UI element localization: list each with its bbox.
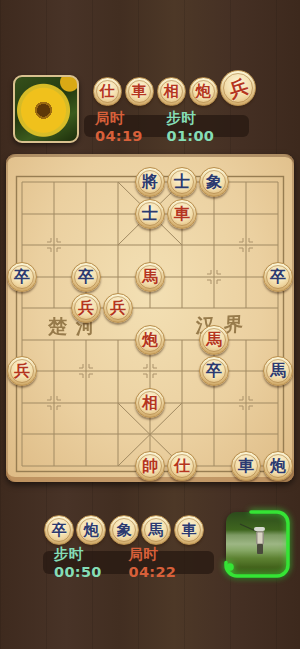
piece-black-卒[interactable]: 卒 xyxy=(199,356,229,386)
piece-glyph: 卒 xyxy=(14,269,30,285)
captured-red-炮: 炮 xyxy=(189,77,218,106)
piece-red-相[interactable]: 相 xyxy=(135,388,165,418)
piece-red-帥[interactable]: 帥 xyxy=(135,451,165,481)
bottom-player-avatar[interactable] xyxy=(226,512,288,576)
piece-glyph: 車 xyxy=(238,458,254,474)
top-move-time: 步时01:00 xyxy=(167,109,239,144)
piece-glyph: 卒 xyxy=(78,269,94,285)
piece-glyph: 卒 xyxy=(52,523,67,538)
bottom-game-time: 局时04:22 xyxy=(129,545,204,580)
captured-black-炮: 炮 xyxy=(76,515,106,545)
piece-glyph: 仕 xyxy=(174,458,190,474)
xiangqi-board[interactable]: 楚河 汉界 將士象士車卒卒馬卒兵兵炮馬兵卒馬相帥仕車炮 xyxy=(6,154,294,482)
piece-glyph: 馬 xyxy=(270,363,286,379)
piece-glyph: 卒 xyxy=(206,363,222,379)
piece-glyph: 馬 xyxy=(142,269,158,285)
piece-black-士[interactable]: 士 xyxy=(167,167,197,197)
piece-black-卒[interactable]: 卒 xyxy=(263,262,293,292)
piece-glyph: 象 xyxy=(206,174,222,190)
captured-black-車: 車 xyxy=(174,515,204,545)
piece-glyph: 車 xyxy=(132,84,147,99)
piece-black-將[interactable]: 將 xyxy=(135,167,165,197)
captured-red-兵: 兵 xyxy=(220,70,256,106)
piece-glyph: 車 xyxy=(182,523,197,538)
app-screen: 仕車相炮兵 局时04:19 步时01:00 楚河 汉界 將士象士車卒卒馬卒兵兵炮… xyxy=(0,0,300,649)
top-player-avatar[interactable] xyxy=(13,75,79,143)
piece-red-馬[interactable]: 馬 xyxy=(199,325,229,355)
piece-glyph: 兵 xyxy=(110,300,126,316)
piece-black-象[interactable]: 象 xyxy=(199,167,229,197)
piece-black-士[interactable]: 士 xyxy=(135,199,165,229)
piece-red-馬[interactable]: 馬 xyxy=(135,262,165,292)
piece-black-馬[interactable]: 馬 xyxy=(263,356,293,386)
piece-glyph: 馬 xyxy=(206,332,222,348)
piece-black-車[interactable]: 車 xyxy=(231,451,261,481)
piece-glyph: 炮 xyxy=(196,84,211,99)
piece-glyph: 帥 xyxy=(142,458,158,474)
captured-red-相: 相 xyxy=(157,77,186,106)
piece-glyph: 車 xyxy=(174,206,190,222)
bottom-move-time: 步时00:50 xyxy=(54,545,129,580)
piece-glyph: 炮 xyxy=(270,458,286,474)
piece-glyph: 馬 xyxy=(149,523,164,538)
piece-glyph: 仕 xyxy=(100,84,115,99)
piece-glyph: 卒 xyxy=(270,269,286,285)
captured-black-象: 象 xyxy=(109,515,139,545)
piece-red-兵[interactable]: 兵 xyxy=(7,356,37,386)
captured-red-仕: 仕 xyxy=(93,77,122,106)
piece-glyph: 士 xyxy=(142,206,158,222)
piece-glyph: 象 xyxy=(117,523,132,538)
piece-glyph: 士 xyxy=(174,174,190,190)
piece-red-炮[interactable]: 炮 xyxy=(135,325,165,355)
piece-glyph: 兵 xyxy=(14,363,30,379)
top-timer-bar: 局时04:19 步时01:00 xyxy=(84,115,249,137)
piece-black-卒[interactable]: 卒 xyxy=(7,262,37,292)
piece-red-車[interactable]: 車 xyxy=(167,199,197,229)
fisherman-body xyxy=(256,531,264,545)
captured-black-馬: 馬 xyxy=(141,515,171,545)
captured-black-卒: 卒 xyxy=(44,515,74,545)
piece-glyph: 將 xyxy=(142,174,158,190)
piece-black-卒[interactable]: 卒 xyxy=(71,262,101,292)
piece-red-仕[interactable]: 仕 xyxy=(167,451,197,481)
piece-glyph: 相 xyxy=(164,84,179,99)
top-game-time: 局时04:19 xyxy=(95,109,167,144)
piece-black-炮[interactable]: 炮 xyxy=(263,451,293,481)
piece-red-兵[interactable]: 兵 xyxy=(71,293,101,323)
piece-glyph: 兵 xyxy=(78,300,94,316)
piece-red-兵[interactable]: 兵 xyxy=(103,293,133,323)
piece-glyph: 炮 xyxy=(142,332,158,348)
captured-red-車: 車 xyxy=(125,77,154,106)
piece-glyph: 兵 xyxy=(226,76,250,100)
piece-glyph: 相 xyxy=(142,395,158,411)
fisherman-legs xyxy=(257,544,263,554)
bottom-timer-bar: 步时00:50 局时04:22 xyxy=(43,551,214,574)
piece-glyph: 炮 xyxy=(84,523,99,538)
